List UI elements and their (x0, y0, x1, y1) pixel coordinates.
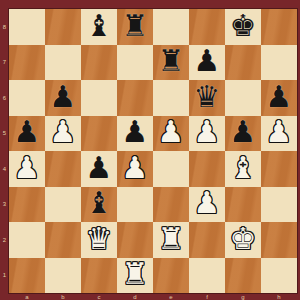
square-f7[interactable]: ♟ (189, 45, 225, 81)
rank-label-6: 6 (0, 80, 9, 116)
square-f4[interactable] (189, 151, 225, 187)
square-a1[interactable] (9, 258, 45, 294)
square-d6[interactable] (117, 80, 153, 116)
square-c5[interactable] (81, 116, 117, 152)
white-pawn: ♟ (194, 117, 221, 147)
square-h1[interactable] (261, 258, 297, 294)
square-a3[interactable] (9, 187, 45, 223)
black-pawn: ♟ (50, 82, 77, 112)
rank-label-5: 5 (0, 116, 9, 152)
black-pawn: ♟ (194, 46, 221, 76)
white-bishop: ♝ (230, 153, 257, 183)
file-label-g: g (225, 293, 261, 300)
square-b8[interactable] (45, 9, 81, 45)
white-king: ♚ (230, 224, 257, 254)
square-e5[interactable]: ♟ (153, 116, 189, 152)
black-pawn: ♟ (266, 82, 293, 112)
square-b5[interactable]: ♟ (45, 116, 81, 152)
square-b7[interactable] (45, 45, 81, 81)
square-c1[interactable] (81, 258, 117, 294)
file-label-a: a (9, 293, 45, 300)
black-rook: ♜ (158, 46, 185, 76)
black-pawn: ♟ (230, 117, 257, 147)
square-e4[interactable] (153, 151, 189, 187)
rank-label-8: 8 (0, 9, 9, 45)
square-h2[interactable] (261, 222, 297, 258)
square-d8[interactable]: ♜ (117, 9, 153, 45)
square-g4[interactable]: ♝ (225, 151, 261, 187)
white-queen: ♛ (86, 224, 113, 254)
square-h7[interactable] (261, 45, 297, 81)
square-h8[interactable] (261, 9, 297, 45)
square-f2[interactable] (189, 222, 225, 258)
square-g1[interactable] (225, 258, 261, 294)
black-bishop: ♝ (86, 188, 113, 218)
chess-board: ♝♜♚♜♟♟♛♟♟♟♟♟♟♟♟♟♟♟♝♝♟♛♜♚♜ (9, 9, 297, 293)
white-pawn: ♟ (158, 117, 185, 147)
square-f3[interactable]: ♟ (189, 187, 225, 223)
square-d3[interactable] (117, 187, 153, 223)
square-f8[interactable] (189, 9, 225, 45)
black-pawn: ♟ (14, 117, 41, 147)
black-pawn: ♟ (122, 117, 149, 147)
square-e8[interactable] (153, 9, 189, 45)
square-a2[interactable] (9, 222, 45, 258)
square-b2[interactable] (45, 222, 81, 258)
square-e7[interactable]: ♜ (153, 45, 189, 81)
file-label-d: d (117, 293, 153, 300)
square-h5[interactable]: ♟ (261, 116, 297, 152)
square-h6[interactable]: ♟ (261, 80, 297, 116)
square-g3[interactable] (225, 187, 261, 223)
square-e2[interactable]: ♜ (153, 222, 189, 258)
white-rook: ♜ (122, 259, 149, 289)
square-g5[interactable]: ♟ (225, 116, 261, 152)
square-c8[interactable]: ♝ (81, 9, 117, 45)
file-labels: abcdefgh (9, 293, 297, 300)
file-label-c: c (81, 293, 117, 300)
square-d1[interactable]: ♜ (117, 258, 153, 294)
square-c2[interactable]: ♛ (81, 222, 117, 258)
square-b3[interactable] (45, 187, 81, 223)
white-pawn: ♟ (14, 153, 41, 183)
square-d5[interactable]: ♟ (117, 116, 153, 152)
square-b6[interactable]: ♟ (45, 80, 81, 116)
square-f1[interactable] (189, 258, 225, 294)
square-a8[interactable] (9, 9, 45, 45)
rank-label-2: 2 (0, 222, 9, 258)
square-f6[interactable]: ♛ (189, 80, 225, 116)
white-pawn: ♟ (50, 117, 77, 147)
square-g2[interactable]: ♚ (225, 222, 261, 258)
file-label-f: f (189, 293, 225, 300)
square-b1[interactable] (45, 258, 81, 294)
file-label-e: e (153, 293, 189, 300)
square-d4[interactable]: ♟ (117, 151, 153, 187)
rank-label-7: 7 (0, 45, 9, 81)
square-a4[interactable]: ♟ (9, 151, 45, 187)
square-g8[interactable]: ♚ (225, 9, 261, 45)
square-d2[interactable] (117, 222, 153, 258)
black-rook: ♜ (122, 11, 149, 41)
square-d7[interactable] (117, 45, 153, 81)
square-a6[interactable] (9, 80, 45, 116)
square-f5[interactable]: ♟ (189, 116, 225, 152)
rank-label-1: 1 (0, 258, 9, 294)
rank-label-3: 3 (0, 187, 9, 223)
rank-label-4: 4 (0, 151, 9, 187)
file-label-h: h (261, 293, 297, 300)
square-h3[interactable] (261, 187, 297, 223)
chess-board-frame: 87654321 ♝♜♚♜♟♟♛♟♟♟♟♟♟♟♟♟♟♟♝♝♟♛♜♚♜ abcde… (0, 0, 300, 300)
square-e3[interactable] (153, 187, 189, 223)
square-g6[interactable] (225, 80, 261, 116)
white-pawn: ♟ (194, 188, 221, 218)
square-a7[interactable] (9, 45, 45, 81)
square-c4[interactable]: ♟ (81, 151, 117, 187)
square-e1[interactable] (153, 258, 189, 294)
rank-labels: 87654321 (0, 9, 9, 293)
square-e6[interactable] (153, 80, 189, 116)
square-a5[interactable]: ♟ (9, 116, 45, 152)
square-c6[interactable] (81, 80, 117, 116)
black-king: ♚ (230, 11, 257, 41)
black-queen: ♛ (194, 82, 221, 112)
square-g7[interactable] (225, 45, 261, 81)
square-h4[interactable] (261, 151, 297, 187)
square-b4[interactable] (45, 151, 81, 187)
white-rook: ♜ (158, 224, 185, 254)
square-c7[interactable] (81, 45, 117, 81)
white-pawn: ♟ (266, 117, 293, 147)
black-bishop: ♝ (86, 11, 113, 41)
black-pawn: ♟ (86, 153, 113, 183)
file-label-b: b (45, 293, 81, 300)
white-pawn: ♟ (122, 153, 149, 183)
square-c3[interactable]: ♝ (81, 187, 117, 223)
